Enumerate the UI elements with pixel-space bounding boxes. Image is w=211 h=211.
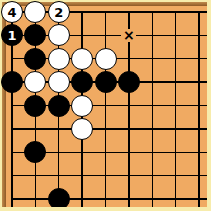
stone-white[interactable] (48, 48, 70, 70)
stone-white[interactable]: 2 (48, 1, 70, 23)
x-mark[interactable]: × (121, 27, 137, 43)
grid-line-vertical (152, 11, 153, 207)
stone-black[interactable] (24, 24, 46, 46)
move-number-label: 2 (54, 6, 63, 19)
grid-line-vertical (198, 11, 199, 207)
stone-black[interactable] (24, 95, 46, 117)
stone-black[interactable] (24, 48, 46, 70)
grid-line-vertical (175, 11, 176, 207)
stone-black[interactable] (71, 71, 93, 93)
stone-white[interactable]: 4 (1, 1, 23, 23)
go-diagram-frame: 421× (0, 0, 211, 211)
grid-line-vertical (105, 11, 106, 207)
grid-line-horizontal (11, 198, 207, 199)
grid-line-horizontal (11, 175, 207, 176)
move-number-label: 4 (7, 6, 16, 19)
move-number-label: 1 (7, 29, 16, 42)
stone-black[interactable] (95, 71, 117, 93)
go-board[interactable]: 421× (0, 0, 211, 211)
stone-black[interactable] (1, 71, 23, 93)
stone-white[interactable] (48, 24, 70, 46)
stone-black[interactable] (48, 95, 70, 117)
stone-white[interactable] (71, 118, 93, 140)
cut-edge-right (207, 0, 211, 211)
cut-edge-bottom (0, 207, 211, 211)
stone-white[interactable] (71, 48, 93, 70)
stone-white[interactable] (48, 71, 70, 93)
stone-black[interactable] (24, 141, 46, 163)
stone-black[interactable]: 1 (1, 24, 23, 46)
stone-black[interactable] (118, 71, 140, 93)
grid-line-horizontal (11, 128, 207, 129)
stone-white[interactable] (24, 1, 46, 23)
stone-white[interactable] (95, 48, 117, 70)
stone-white[interactable] (71, 95, 93, 117)
stone-white[interactable] (24, 71, 46, 93)
